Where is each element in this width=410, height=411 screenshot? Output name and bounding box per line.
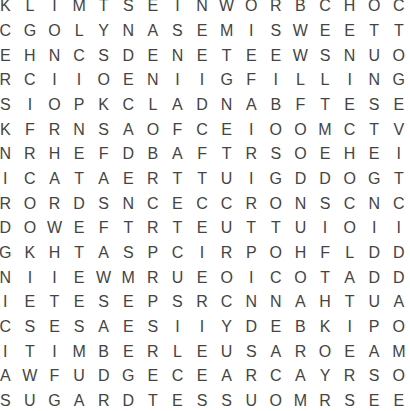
grid-cell[interactable]: C bbox=[190, 117, 215, 142]
grid-cell[interactable]: I bbox=[264, 68, 289, 93]
grid-cell[interactable]: P bbox=[141, 241, 166, 266]
grid-cell[interactable]: O bbox=[264, 191, 289, 216]
grid-cell[interactable]: O bbox=[337, 167, 362, 192]
grid-cell[interactable]: N bbox=[362, 191, 387, 216]
grid-cell[interactable]: A bbox=[239, 93, 264, 118]
grid-cell[interactable]: M bbox=[313, 117, 338, 142]
grid-cell[interactable]: A bbox=[91, 315, 116, 340]
grid-cell[interactable]: O bbox=[387, 43, 410, 68]
grid-cell[interactable]: N bbox=[214, 93, 239, 118]
grid-cell[interactable]: E bbox=[337, 339, 362, 364]
grid-cell[interactable]: R bbox=[42, 117, 67, 142]
grid-cell[interactable]: C bbox=[190, 191, 215, 216]
grid-cell[interactable]: O bbox=[264, 241, 289, 266]
grid-cell[interactable]: C bbox=[387, 191, 410, 216]
grid-cell[interactable]: S bbox=[165, 19, 190, 44]
grid-cell[interactable]: C bbox=[0, 19, 18, 44]
grid-cell[interactable]: I bbox=[42, 68, 67, 93]
grid-cell[interactable]: F bbox=[42, 364, 67, 389]
grid-cell[interactable]: M bbox=[116, 265, 141, 290]
grid-cell[interactable]: H bbox=[18, 43, 43, 68]
grid-cell[interactable]: H bbox=[337, 142, 362, 167]
grid-cell[interactable]: I bbox=[239, 265, 264, 290]
grid-cell[interactable]: O bbox=[313, 339, 338, 364]
grid-cell[interactable]: S bbox=[362, 93, 387, 118]
grid-cell[interactable]: E bbox=[165, 191, 190, 216]
grid-cell[interactable]: O bbox=[264, 389, 289, 411]
grid-cell[interactable]: C bbox=[165, 241, 190, 266]
grid-cell[interactable]: S bbox=[362, 364, 387, 389]
grid-cell[interactable]: P bbox=[141, 290, 166, 315]
grid-cell[interactable]: N bbox=[0, 142, 18, 167]
grid-cell[interactable]: A bbox=[91, 241, 116, 266]
grid-cell[interactable]: S bbox=[264, 19, 289, 44]
grid-cell[interactable]: I bbox=[42, 339, 67, 364]
grid-cell[interactable]: I bbox=[190, 68, 215, 93]
grid-cell[interactable]: G bbox=[387, 68, 410, 93]
grid-cell[interactable]: E bbox=[190, 216, 215, 241]
grid-cell[interactable]: O bbox=[18, 191, 43, 216]
grid-cell[interactable]: E bbox=[337, 93, 362, 118]
grid-cell[interactable]: F bbox=[190, 142, 215, 167]
grid-cell[interactable]: B bbox=[288, 315, 313, 340]
grid-cell[interactable]: R bbox=[141, 216, 166, 241]
grid-cell[interactable]: S bbox=[18, 315, 43, 340]
grid-cell[interactable]: E bbox=[313, 19, 338, 44]
grid-cell[interactable]: A bbox=[264, 339, 289, 364]
grid-cell[interactable]: U bbox=[214, 167, 239, 192]
grid-cell[interactable]: D bbox=[116, 142, 141, 167]
grid-cell[interactable]: T bbox=[362, 19, 387, 44]
grid-cell[interactable]: R bbox=[190, 290, 215, 315]
grid-cell[interactable]: S bbox=[67, 315, 92, 340]
grid-cell[interactable]: A bbox=[288, 290, 313, 315]
grid-cell[interactable]: A bbox=[214, 364, 239, 389]
grid-cell[interactable]: E bbox=[337, 19, 362, 44]
grid-cell[interactable]: F bbox=[288, 93, 313, 118]
grid-cell[interactable]: E bbox=[18, 290, 43, 315]
grid-cell[interactable]: N bbox=[0, 265, 18, 290]
grid-cell[interactable]: C bbox=[0, 315, 18, 340]
grid-cell[interactable]: G bbox=[42, 389, 67, 411]
grid-cell[interactable]: T bbox=[387, 19, 410, 44]
grid-cell[interactable]: T bbox=[387, 167, 410, 192]
grid-cell[interactable]: E bbox=[264, 43, 289, 68]
grid-cell[interactable]: O bbox=[288, 265, 313, 290]
grid-cell[interactable]: A bbox=[362, 339, 387, 364]
grid-cell[interactable]: I bbox=[165, 315, 190, 340]
grid-cell[interactable]: T bbox=[165, 216, 190, 241]
grid-cell[interactable]: S bbox=[264, 142, 289, 167]
grid-cell[interactable]: E bbox=[67, 265, 92, 290]
grid-cell[interactable]: S bbox=[91, 117, 116, 142]
grid-cell[interactable]: Y bbox=[214, 315, 239, 340]
grid-cell[interactable]: F bbox=[239, 68, 264, 93]
grid-cell[interactable]: O bbox=[141, 117, 166, 142]
grid-cell[interactable]: A bbox=[387, 290, 410, 315]
grid-cell[interactable]: E bbox=[362, 389, 387, 411]
grid-cell[interactable]: E bbox=[387, 389, 410, 411]
grid-cell[interactable]: D bbox=[67, 191, 92, 216]
grid-cell[interactable]: I bbox=[239, 117, 264, 142]
grid-cell[interactable]: E bbox=[362, 142, 387, 167]
grid-cell[interactable]: I bbox=[18, 265, 43, 290]
grid-cell[interactable]: Y bbox=[91, 19, 116, 44]
grid-cell[interactable]: W bbox=[288, 19, 313, 44]
grid-cell[interactable]: U bbox=[362, 290, 387, 315]
grid-cell[interactable]: B bbox=[141, 142, 166, 167]
grid-cell[interactable]: E bbox=[141, 364, 166, 389]
grid-cell[interactable]: O bbox=[214, 265, 239, 290]
grid-cell[interactable]: E bbox=[190, 339, 215, 364]
grid-cell[interactable]: I bbox=[67, 68, 92, 93]
grid-cell[interactable]: E bbox=[141, 0, 166, 19]
grid-cell[interactable]: R bbox=[288, 339, 313, 364]
grid-cell[interactable]: I bbox=[42, 265, 67, 290]
grid-cell[interactable]: A bbox=[42, 167, 67, 192]
grid-cell[interactable]: S bbox=[0, 93, 18, 118]
grid-cell[interactable]: K bbox=[313, 315, 338, 340]
grid-cell[interactable]: C bbox=[214, 290, 239, 315]
grid-cell[interactable]: D bbox=[362, 265, 387, 290]
grid-cell[interactable]: I bbox=[0, 339, 18, 364]
grid-cell[interactable]: U bbox=[214, 216, 239, 241]
grid-cell[interactable]: O bbox=[264, 117, 289, 142]
grid-cell[interactable]: T bbox=[165, 167, 190, 192]
grid-cell[interactable]: D bbox=[288, 167, 313, 192]
grid-cell[interactable]: I bbox=[18, 93, 43, 118]
grid-cell[interactable]: B bbox=[288, 0, 313, 19]
grid-cell[interactable]: E bbox=[141, 43, 166, 68]
grid-cell[interactable]: O bbox=[337, 216, 362, 241]
grid-cell[interactable]: I bbox=[190, 241, 215, 266]
grid-cell[interactable]: S bbox=[165, 290, 190, 315]
grid-cell[interactable]: A bbox=[337, 265, 362, 290]
grid-cell[interactable]: H bbox=[337, 0, 362, 19]
grid-cell[interactable]: N bbox=[116, 19, 141, 44]
grid-cell[interactable]: G bbox=[264, 167, 289, 192]
grid-cell[interactable]: E bbox=[116, 315, 141, 340]
grid-cell[interactable]: N bbox=[165, 43, 190, 68]
grid-cell[interactable]: M bbox=[67, 0, 92, 19]
grid-cell[interactable]: R bbox=[0, 68, 18, 93]
grid-cell[interactable]: O bbox=[387, 315, 410, 340]
grid-cell[interactable]: D bbox=[91, 364, 116, 389]
grid-cell[interactable]: S bbox=[313, 191, 338, 216]
grid-cell[interactable]: E bbox=[313, 142, 338, 167]
grid-cell[interactable]: U bbox=[214, 339, 239, 364]
grid-cell[interactable]: N bbox=[288, 191, 313, 216]
grid-cell[interactable]: A bbox=[165, 93, 190, 118]
grid-cell[interactable]: T bbox=[239, 216, 264, 241]
grid-cell[interactable]: S bbox=[214, 389, 239, 411]
grid-cell[interactable]: T bbox=[18, 339, 43, 364]
grid-cell[interactable]: H bbox=[42, 142, 67, 167]
grid-cell[interactable]: S bbox=[313, 43, 338, 68]
grid-cell[interactable]: D bbox=[116, 389, 141, 411]
grid-cell[interactable]: R bbox=[141, 339, 166, 364]
grid-cell[interactable]: K bbox=[18, 241, 43, 266]
grid-cell[interactable]: P bbox=[239, 241, 264, 266]
grid-cell[interactable]: A bbox=[141, 19, 166, 44]
grid-cell[interactable]: N bbox=[141, 68, 166, 93]
grid-cell[interactable]: E bbox=[0, 43, 18, 68]
grid-cell[interactable]: O bbox=[42, 19, 67, 44]
grid-cell[interactable]: E bbox=[190, 19, 215, 44]
grid-cell[interactable]: E bbox=[42, 315, 67, 340]
grid-cell[interactable]: N bbox=[264, 290, 289, 315]
grid-cell[interactable]: C bbox=[141, 191, 166, 216]
grid-cell[interactable]: E bbox=[190, 43, 215, 68]
grid-cell[interactable]: D bbox=[313, 167, 338, 192]
grid-cell[interactable]: I bbox=[190, 315, 215, 340]
grid-cell[interactable]: C bbox=[18, 68, 43, 93]
grid-cell[interactable]: W bbox=[42, 216, 67, 241]
grid-cell[interactable]: I bbox=[0, 290, 18, 315]
grid-cell[interactable]: D bbox=[0, 216, 18, 241]
grid-cell[interactable]: E bbox=[67, 290, 92, 315]
grid-cell[interactable]: O bbox=[239, 0, 264, 19]
grid-cell[interactable]: S bbox=[141, 315, 166, 340]
grid-cell[interactable]: T bbox=[116, 216, 141, 241]
grid-cell[interactable]: T bbox=[313, 265, 338, 290]
grid-cell[interactable]: T bbox=[67, 167, 92, 192]
grid-cell[interactable]: U bbox=[67, 364, 92, 389]
grid-cell[interactable]: L bbox=[288, 68, 313, 93]
grid-cell[interactable]: S bbox=[239, 339, 264, 364]
grid-cell[interactable]: A bbox=[116, 117, 141, 142]
grid-cell[interactable]: R bbox=[141, 265, 166, 290]
grid-cell[interactable]: N bbox=[337, 43, 362, 68]
grid-cell[interactable]: T bbox=[362, 117, 387, 142]
grid-cell[interactable]: K bbox=[0, 0, 18, 19]
grid-cell[interactable]: R bbox=[313, 389, 338, 411]
grid-cell[interactable]: A bbox=[288, 364, 313, 389]
grid-cell[interactable]: T bbox=[264, 216, 289, 241]
grid-cell[interactable]: T bbox=[141, 389, 166, 411]
grid-cell[interactable]: E bbox=[214, 117, 239, 142]
grid-cell[interactable]: S bbox=[91, 290, 116, 315]
grid-cell[interactable]: N bbox=[239, 290, 264, 315]
grid-cell[interactable]: O bbox=[288, 117, 313, 142]
grid-cell[interactable]: N bbox=[116, 191, 141, 216]
grid-cell[interactable]: S bbox=[91, 191, 116, 216]
grid-cell[interactable]: K bbox=[0, 117, 18, 142]
grid-cell[interactable]: T bbox=[91, 0, 116, 19]
grid-cell[interactable]: F bbox=[91, 142, 116, 167]
grid-cell[interactable]: I bbox=[0, 167, 18, 192]
grid-cell[interactable]: G bbox=[18, 19, 43, 44]
grid-cell[interactable]: N bbox=[42, 43, 67, 68]
grid-cell[interactable]: O bbox=[91, 68, 116, 93]
grid-cell[interactable]: D bbox=[362, 241, 387, 266]
grid-cell[interactable]: R bbox=[91, 389, 116, 411]
grid-cell[interactable]: S bbox=[337, 389, 362, 411]
grid-cell[interactable]: C bbox=[313, 0, 338, 19]
grid-cell[interactable]: R bbox=[18, 142, 43, 167]
grid-cell[interactable]: M bbox=[214, 19, 239, 44]
grid-cell[interactable]: F bbox=[313, 241, 338, 266]
grid-cell[interactable]: E bbox=[116, 290, 141, 315]
grid-cell[interactable]: P bbox=[362, 315, 387, 340]
grid-cell[interactable]: E bbox=[190, 265, 215, 290]
grid-cell[interactable]: C bbox=[387, 0, 410, 19]
grid-cell[interactable]: U bbox=[288, 216, 313, 241]
grid-cell[interactable]: H bbox=[42, 241, 67, 266]
grid-cell[interactable]: I bbox=[42, 0, 67, 19]
grid-cell[interactable]: R bbox=[0, 191, 18, 216]
grid-cell[interactable]: C bbox=[337, 117, 362, 142]
grid-cell[interactable]: O bbox=[288, 142, 313, 167]
grid-cell[interactable]: R bbox=[337, 364, 362, 389]
grid-cell[interactable]: C bbox=[18, 167, 43, 192]
grid-cell[interactable]: G bbox=[116, 364, 141, 389]
grid-cell[interactable]: G bbox=[362, 167, 387, 192]
grid-cell[interactable]: R bbox=[214, 241, 239, 266]
grid-cell[interactable]: R bbox=[141, 167, 166, 192]
grid-cell[interactable]: I bbox=[165, 0, 190, 19]
grid-cell[interactable]: R bbox=[264, 0, 289, 19]
grid-cell[interactable]: P bbox=[67, 93, 92, 118]
grid-cell[interactable]: H bbox=[288, 241, 313, 266]
grid-cell[interactable]: T bbox=[42, 290, 67, 315]
grid-cell[interactable]: D bbox=[190, 93, 215, 118]
grid-cell[interactable]: D bbox=[387, 265, 410, 290]
grid-cell[interactable]: A bbox=[91, 167, 116, 192]
grid-cell[interactable]: I bbox=[313, 216, 338, 241]
grid-cell[interactable]: M bbox=[387, 339, 410, 364]
grid-cell[interactable]: H bbox=[313, 290, 338, 315]
grid-cell[interactable]: M bbox=[288, 389, 313, 411]
grid-cell[interactable]: L bbox=[18, 0, 43, 19]
grid-cell[interactable]: C bbox=[264, 265, 289, 290]
grid-cell[interactable]: A bbox=[67, 389, 92, 411]
grid-cell[interactable]: T bbox=[337, 290, 362, 315]
grid-cell[interactable]: T bbox=[214, 142, 239, 167]
grid-cell[interactable]: A bbox=[0, 364, 18, 389]
grid-cell[interactable]: T bbox=[214, 43, 239, 68]
grid-cell[interactable]: I bbox=[362, 216, 387, 241]
grid-cell[interactable]: W bbox=[288, 43, 313, 68]
grid-cell[interactable]: U bbox=[362, 43, 387, 68]
grid-cell[interactable]: L bbox=[337, 241, 362, 266]
grid-cell[interactable]: O bbox=[362, 0, 387, 19]
grid-cell[interactable]: S bbox=[116, 0, 141, 19]
grid-cell[interactable]: I bbox=[337, 315, 362, 340]
grid-cell[interactable]: F bbox=[165, 117, 190, 142]
grid-cell[interactable]: L bbox=[67, 19, 92, 44]
grid-cell[interactable]: G bbox=[214, 68, 239, 93]
grid-cell[interactable]: U bbox=[239, 389, 264, 411]
grid-cell[interactable]: T bbox=[67, 241, 92, 266]
grid-cell[interactable]: I bbox=[239, 19, 264, 44]
grid-cell[interactable]: S bbox=[116, 241, 141, 266]
grid-cell[interactable]: R bbox=[239, 142, 264, 167]
grid-cell[interactable]: C bbox=[264, 364, 289, 389]
grid-cell[interactable]: E bbox=[239, 43, 264, 68]
grid-cell[interactable]: N bbox=[362, 68, 387, 93]
grid-cell[interactable]: F bbox=[91, 216, 116, 241]
grid-cell[interactable]: I bbox=[387, 142, 410, 167]
grid-cell[interactable]: T bbox=[313, 93, 338, 118]
grid-cell[interactable]: S bbox=[0, 389, 18, 411]
grid-cell[interactable]: I bbox=[387, 216, 410, 241]
grid-cell[interactable]: F bbox=[18, 117, 43, 142]
grid-cell[interactable]: N bbox=[190, 0, 215, 19]
grid-cell[interactable]: E bbox=[165, 389, 190, 411]
grid-cell[interactable]: C bbox=[214, 191, 239, 216]
grid-cell[interactable]: O bbox=[18, 216, 43, 241]
grid-cell[interactable]: K bbox=[91, 93, 116, 118]
grid-cell[interactable]: R bbox=[42, 191, 67, 216]
grid-cell[interactable]: L bbox=[165, 339, 190, 364]
grid-cell[interactable]: L bbox=[141, 93, 166, 118]
grid-cell[interactable]: I bbox=[165, 68, 190, 93]
grid-cell[interactable]: L bbox=[313, 68, 338, 93]
grid-cell[interactable]: O bbox=[42, 93, 67, 118]
grid-cell[interactable]: R bbox=[239, 364, 264, 389]
word-search-grid: KLIMTSEINWORBCHOCCGOLYNASEMISWEETTEHNCSD… bbox=[0, 0, 410, 411]
grid-cell[interactable]: U bbox=[165, 265, 190, 290]
grid-cell[interactable]: W bbox=[18, 364, 43, 389]
grid-cell[interactable]: C bbox=[116, 93, 141, 118]
grid-cell[interactable]: D bbox=[387, 241, 410, 266]
grid-cell[interactable]: Y bbox=[313, 364, 338, 389]
grid-cell[interactable]: O bbox=[387, 364, 410, 389]
grid-cell[interactable]: D bbox=[239, 315, 264, 340]
grid-cell[interactable]: V bbox=[387, 117, 410, 142]
grid-cell[interactable]: U bbox=[18, 389, 43, 411]
grid-cell[interactable]: S bbox=[91, 43, 116, 68]
grid-cell[interactable]: B bbox=[91, 339, 116, 364]
grid-cell[interactable]: I bbox=[239, 167, 264, 192]
grid-cell[interactable]: M bbox=[67, 339, 92, 364]
grid-cell[interactable]: E bbox=[116, 167, 141, 192]
grid-cell[interactable]: W bbox=[214, 0, 239, 19]
grid-cell[interactable]: E bbox=[116, 68, 141, 93]
grid-cell[interactable]: E bbox=[67, 216, 92, 241]
grid-cell[interactable]: E bbox=[67, 142, 92, 167]
grid-cell[interactable]: I bbox=[337, 68, 362, 93]
word-search-page: KLIMTSEINWORBCHOCCGOLYNASEMISWEETTEHNCSD… bbox=[0, 0, 410, 411]
grid-cell[interactable]: E bbox=[116, 339, 141, 364]
grid-cell[interactable]: C bbox=[165, 364, 190, 389]
grid-cell[interactable]: N bbox=[67, 117, 92, 142]
grid-cell[interactable]: B bbox=[264, 93, 289, 118]
grid-cell[interactable]: G bbox=[0, 241, 18, 266]
grid-cell[interactable]: T bbox=[190, 167, 215, 192]
grid-cell[interactable]: C bbox=[67, 43, 92, 68]
grid-cell[interactable]: R bbox=[239, 191, 264, 216]
grid-cell[interactable]: D bbox=[116, 43, 141, 68]
grid-cell[interactable]: E bbox=[264, 315, 289, 340]
grid-cell[interactable]: S bbox=[190, 389, 215, 411]
grid-cell[interactable]: E bbox=[190, 364, 215, 389]
grid-cell[interactable]: A bbox=[165, 142, 190, 167]
grid-cell[interactable]: C bbox=[337, 191, 362, 216]
grid-cell[interactable]: E bbox=[387, 93, 410, 118]
grid-cell[interactable]: W bbox=[91, 265, 116, 290]
